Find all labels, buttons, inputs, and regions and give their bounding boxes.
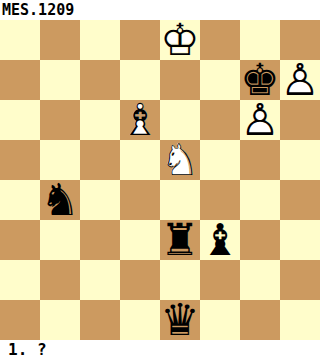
piece-black-bishop-f3[interactable]: ♝ <box>200 220 240 260</box>
square-d6[interactable]: ♝♗ <box>120 100 160 140</box>
square-g6[interactable]: ♟♙ <box>240 100 280 140</box>
square-e1[interactable]: ♛ <box>160 300 200 340</box>
square-g5[interactable] <box>240 140 280 180</box>
square-g3[interactable] <box>240 220 280 260</box>
square-h1[interactable] <box>280 300 320 340</box>
puzzle-id: MES.1209 <box>0 1 74 19</box>
square-f6[interactable] <box>200 100 240 140</box>
chess-puzzle-window: MES.1209 ♚♔♚♟♙♝♗♟♙♞♘♞♜♝♛ 1. ? <box>0 0 320 360</box>
square-a2[interactable] <box>0 260 40 300</box>
square-c7[interactable] <box>80 60 120 100</box>
piece-black-knight-b4[interactable]: ♞ <box>40 180 80 220</box>
square-b2[interactable] <box>40 260 80 300</box>
square-e8[interactable]: ♚♔ <box>160 20 200 60</box>
square-d5[interactable] <box>120 140 160 180</box>
square-c1[interactable] <box>80 300 120 340</box>
square-f7[interactable] <box>200 60 240 100</box>
square-g4[interactable] <box>240 180 280 220</box>
square-h2[interactable] <box>280 260 320 300</box>
square-h5[interactable] <box>280 140 320 180</box>
square-d2[interactable] <box>120 260 160 300</box>
square-f3[interactable]: ♝ <box>200 220 240 260</box>
piece-black-queen-e1[interactable]: ♛ <box>160 300 200 340</box>
square-b3[interactable] <box>40 220 80 260</box>
square-g1[interactable] <box>240 300 280 340</box>
square-f8[interactable] <box>200 20 240 60</box>
square-b8[interactable] <box>40 20 80 60</box>
square-c4[interactable] <box>80 180 120 220</box>
square-f1[interactable] <box>200 300 240 340</box>
white-pawn-icon: ♙ <box>240 100 280 140</box>
square-c8[interactable] <box>80 20 120 60</box>
square-f2[interactable] <box>200 260 240 300</box>
piece-white-knight-e5[interactable]: ♞♘ <box>160 140 200 180</box>
black-queen-icon: ♛ <box>160 300 200 340</box>
square-a7[interactable] <box>0 60 40 100</box>
square-f5[interactable] <box>200 140 240 180</box>
square-b1[interactable] <box>40 300 80 340</box>
black-rook-icon: ♜ <box>160 220 200 260</box>
square-c5[interactable] <box>80 140 120 180</box>
square-h3[interactable] <box>280 220 320 260</box>
white-bishop-icon: ♗ <box>120 100 160 140</box>
square-e3[interactable]: ♜ <box>160 220 200 260</box>
square-c6[interactable] <box>80 100 120 140</box>
square-a4[interactable] <box>0 180 40 220</box>
square-a6[interactable] <box>0 100 40 140</box>
square-e5[interactable]: ♞♘ <box>160 140 200 180</box>
piece-black-rook-e3[interactable]: ♜ <box>160 220 200 260</box>
square-h6[interactable] <box>280 100 320 140</box>
piece-white-king-e8[interactable]: ♚♔ <box>160 20 200 60</box>
white-pawn-icon: ♙ <box>280 60 320 100</box>
square-b6[interactable] <box>40 100 80 140</box>
black-bishop-icon: ♝ <box>200 220 240 260</box>
square-a5[interactable] <box>0 140 40 180</box>
piece-white-pawn-g6[interactable]: ♟♙ <box>240 100 280 140</box>
square-b7[interactable] <box>40 60 80 100</box>
square-a1[interactable] <box>0 300 40 340</box>
white-king-icon: ♔ <box>160 20 200 60</box>
square-a8[interactable] <box>0 20 40 60</box>
square-h7[interactable]: ♟♙ <box>280 60 320 100</box>
square-d1[interactable] <box>120 300 160 340</box>
status-bar: 1. ? <box>0 340 320 360</box>
chess-board: ♚♔♚♟♙♝♗♟♙♞♘♞♜♝♛ <box>0 20 320 340</box>
square-c2[interactable] <box>80 260 120 300</box>
piece-white-bishop-d6[interactable]: ♝♗ <box>120 100 160 140</box>
square-d8[interactable] <box>120 20 160 60</box>
square-b4[interactable]: ♞ <box>40 180 80 220</box>
square-c3[interactable] <box>80 220 120 260</box>
square-e7[interactable] <box>160 60 200 100</box>
square-d3[interactable] <box>120 220 160 260</box>
square-a3[interactable] <box>0 220 40 260</box>
black-knight-icon: ♞ <box>40 180 80 220</box>
square-g2[interactable] <box>240 260 280 300</box>
square-d4[interactable] <box>120 180 160 220</box>
square-h4[interactable] <box>280 180 320 220</box>
move-prompt: 1. ? <box>0 341 47 359</box>
piece-white-pawn-h7[interactable]: ♟♙ <box>280 60 320 100</box>
white-knight-icon: ♘ <box>160 140 200 180</box>
